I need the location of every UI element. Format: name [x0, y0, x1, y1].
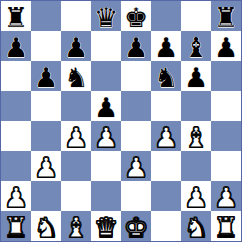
square-b1[interactable]: ♞ [31, 211, 61, 241]
square-c4[interactable]: ♟ [61, 121, 91, 151]
square-f4[interactable]: ♟ [151, 121, 181, 151]
square-d4[interactable]: ♟ [91, 121, 121, 151]
square-c5[interactable] [61, 91, 91, 121]
square-a8[interactable]: ♜ [1, 1, 31, 31]
square-d1[interactable]: ♛ [91, 211, 121, 241]
piece-black-king[interactable]: ♚ [124, 4, 148, 31]
square-e7[interactable]: ♟ [121, 31, 151, 61]
piece-black-pawn[interactable]: ♟ [94, 94, 118, 121]
square-f8[interactable] [151, 1, 181, 31]
piece-black-bishop[interactable]: ♝ [184, 34, 208, 61]
square-h1[interactable]: ♜ [211, 211, 241, 241]
square-d7[interactable] [91, 31, 121, 61]
square-a7[interactable]: ♟ [1, 31, 31, 61]
square-d3[interactable] [91, 151, 121, 181]
piece-black-pawn[interactable]: ♟ [154, 34, 178, 61]
piece-white-rook[interactable]: ♜ [4, 214, 28, 241]
piece-white-pawn[interactable]: ♟ [34, 154, 58, 181]
piece-white-rook[interactable]: ♜ [214, 214, 238, 241]
piece-white-pawn[interactable]: ♟ [184, 184, 208, 211]
square-f5[interactable] [151, 91, 181, 121]
square-e1[interactable]: ♚ [121, 211, 151, 241]
square-g5[interactable] [181, 91, 211, 121]
square-b6[interactable]: ♟ [31, 61, 61, 91]
square-f2[interactable] [151, 181, 181, 211]
chess-board-container: ♜♛♚♜♟♟♟♟♝♟♟♞♞♟♟♟♟♟♝♟♟♟♟♟♜♞♝♛♚♞♜ [0, 0, 242, 242]
square-d5[interactable]: ♟ [91, 91, 121, 121]
piece-white-king[interactable]: ♚ [124, 214, 148, 241]
piece-black-knight[interactable]: ♞ [64, 64, 88, 91]
square-c3[interactable] [61, 151, 91, 181]
square-g2[interactable]: ♟ [181, 181, 211, 211]
piece-black-knight[interactable]: ♞ [154, 64, 178, 91]
square-g4[interactable]: ♝ [181, 121, 211, 151]
square-b8[interactable] [31, 1, 61, 31]
square-e5[interactable] [121, 91, 151, 121]
square-b5[interactable] [31, 91, 61, 121]
square-h8[interactable]: ♜ [211, 1, 241, 31]
piece-black-rook[interactable]: ♜ [4, 4, 28, 31]
piece-white-knight[interactable]: ♞ [34, 214, 58, 241]
square-h4[interactable] [211, 121, 241, 151]
piece-white-pawn[interactable]: ♟ [214, 184, 238, 211]
square-e2[interactable] [121, 181, 151, 211]
square-e3[interactable]: ♟ [121, 151, 151, 181]
square-c6[interactable]: ♞ [61, 61, 91, 91]
square-h5[interactable] [211, 91, 241, 121]
square-f6[interactable]: ♞ [151, 61, 181, 91]
square-c1[interactable]: ♝ [61, 211, 91, 241]
piece-white-pawn[interactable]: ♟ [154, 124, 178, 151]
square-f3[interactable] [151, 151, 181, 181]
piece-black-pawn[interactable]: ♟ [124, 34, 148, 61]
square-c7[interactable]: ♟ [61, 31, 91, 61]
piece-black-pawn[interactable]: ♟ [64, 34, 88, 61]
square-c8[interactable] [61, 1, 91, 31]
square-d2[interactable] [91, 181, 121, 211]
square-h7[interactable]: ♟ [211, 31, 241, 61]
piece-white-queen[interactable]: ♛ [94, 214, 118, 241]
square-e8[interactable]: ♚ [121, 1, 151, 31]
square-a2[interactable]: ♟ [1, 181, 31, 211]
square-e4[interactable] [121, 121, 151, 151]
piece-black-pawn[interactable]: ♟ [214, 34, 238, 61]
piece-white-pawn[interactable]: ♟ [4, 184, 28, 211]
piece-white-knight[interactable]: ♞ [184, 214, 208, 241]
square-g1[interactable]: ♞ [181, 211, 211, 241]
piece-white-bishop[interactable]: ♝ [64, 214, 88, 241]
square-a5[interactable] [1, 91, 31, 121]
piece-black-pawn[interactable]: ♟ [184, 64, 208, 91]
square-b7[interactable] [31, 31, 61, 61]
square-a6[interactable] [1, 61, 31, 91]
square-a3[interactable] [1, 151, 31, 181]
piece-white-bishop[interactable]: ♝ [184, 124, 208, 151]
chess-board: ♜♛♚♜♟♟♟♟♝♟♟♞♞♟♟♟♟♟♝♟♟♟♟♟♜♞♝♛♚♞♜ [0, 0, 242, 242]
piece-black-pawn[interactable]: ♟ [4, 34, 28, 61]
piece-black-pawn[interactable]: ♟ [34, 64, 58, 91]
piece-white-pawn[interactable]: ♟ [64, 124, 88, 151]
piece-white-pawn[interactable]: ♟ [94, 124, 118, 151]
square-b2[interactable] [31, 181, 61, 211]
square-h2[interactable]: ♟ [211, 181, 241, 211]
square-g7[interactable]: ♝ [181, 31, 211, 61]
square-h3[interactable] [211, 151, 241, 181]
square-b3[interactable]: ♟ [31, 151, 61, 181]
square-f7[interactable]: ♟ [151, 31, 181, 61]
square-h6[interactable] [211, 61, 241, 91]
square-f1[interactable] [151, 211, 181, 241]
square-b4[interactable] [31, 121, 61, 151]
square-g3[interactable] [181, 151, 211, 181]
square-g6[interactable]: ♟ [181, 61, 211, 91]
square-d6[interactable] [91, 61, 121, 91]
piece-black-rook[interactable]: ♜ [214, 4, 238, 31]
square-d8[interactable]: ♛ [91, 1, 121, 31]
square-a4[interactable] [1, 121, 31, 151]
square-c2[interactable] [61, 181, 91, 211]
square-e6[interactable] [121, 61, 151, 91]
piece-black-queen[interactable]: ♛ [94, 4, 118, 31]
square-g8[interactable] [181, 1, 211, 31]
square-a1[interactable]: ♜ [1, 211, 31, 241]
piece-white-pawn[interactable]: ♟ [124, 154, 148, 181]
